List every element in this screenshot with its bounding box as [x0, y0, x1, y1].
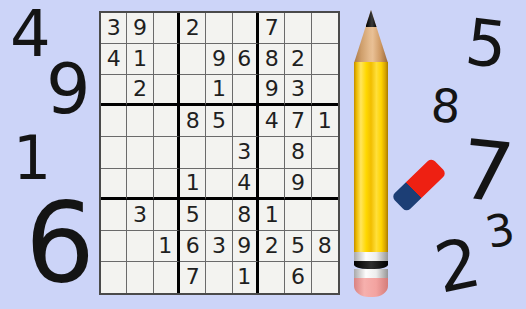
pencil-eraser-tip: [354, 278, 388, 297]
cell-r9c5[interactable]: [206, 262, 232, 293]
cell-r1c3[interactable]: [154, 13, 180, 44]
cell-r7c3[interactable]: [154, 200, 180, 231]
sudoku-board: 39274196822193854713814935811639258716: [99, 11, 340, 295]
cell-r2c9[interactable]: [312, 44, 338, 75]
cell-r7c9[interactable]: [312, 200, 338, 231]
cell-r3c9[interactable]: [312, 75, 338, 106]
cell-r7c7[interactable]: 1: [259, 200, 285, 231]
cell-r9c8[interactable]: 6: [285, 262, 311, 293]
cell-r6c1[interactable]: [101, 169, 127, 200]
cell-r3c8[interactable]: 3: [285, 75, 311, 106]
cell-r4c7[interactable]: 4: [259, 106, 285, 137]
cell-r9c9[interactable]: [312, 262, 338, 293]
cell-r2c6[interactable]: 6: [233, 44, 259, 75]
cell-r9c6[interactable]: 1: [233, 262, 259, 293]
cell-r4c8[interactable]: 7: [285, 106, 311, 137]
cell-r9c1[interactable]: [101, 262, 127, 293]
cell-r7c8[interactable]: [285, 200, 311, 231]
cell-r9c4[interactable]: 7: [180, 262, 206, 293]
cell-r7c6[interactable]: 8: [233, 200, 259, 231]
cell-r5c8[interactable]: 8: [285, 137, 311, 168]
decorative-number-5: 5: [462, 10, 510, 78]
cell-r7c1[interactable]: [101, 200, 127, 231]
cell-r8c6[interactable]: 9: [233, 231, 259, 262]
cell-r7c4[interactable]: 5: [180, 200, 206, 231]
cell-r1c7[interactable]: 7: [259, 13, 285, 44]
cell-r8c1[interactable]: [101, 231, 127, 262]
cell-r5c6[interactable]: 3: [233, 137, 259, 168]
cell-r1c8[interactable]: [285, 13, 311, 44]
cell-r8c9[interactable]: 8: [312, 231, 338, 262]
cell-r4c2[interactable]: [127, 106, 153, 137]
cell-r4c1[interactable]: [101, 106, 127, 137]
cell-r8c2[interactable]: [127, 231, 153, 262]
pencil-ferrule: [354, 252, 388, 261]
pencil-graphite-tip: [366, 10, 377, 27]
cell-r3c1[interactable]: [101, 75, 127, 106]
cell-r5c7[interactable]: [259, 137, 285, 168]
cell-r8c8[interactable]: 5: [285, 231, 311, 262]
sudoku-illustration: 39274196822193854713814935811639258716 4…: [0, 0, 526, 309]
cell-r6c2[interactable]: [127, 169, 153, 200]
cell-r6c7[interactable]: [259, 169, 285, 200]
cell-r2c8[interactable]: 2: [285, 44, 311, 75]
cell-r5c1[interactable]: [101, 137, 127, 168]
cell-r6c6[interactable]: 4: [233, 169, 259, 200]
cell-r6c8[interactable]: 9: [285, 169, 311, 200]
eraser-icon: [391, 158, 447, 213]
decorative-number-9: 9: [46, 54, 91, 124]
cell-r1c9[interactable]: [312, 13, 338, 44]
decorative-number-3: 3: [482, 207, 519, 256]
cell-r6c9[interactable]: [312, 169, 338, 200]
cell-r2c3[interactable]: [154, 44, 180, 75]
cell-r4c5[interactable]: 5: [206, 106, 232, 137]
cell-r1c6[interactable]: [233, 13, 259, 44]
cell-r5c9[interactable]: [312, 137, 338, 168]
cell-r4c4[interactable]: 8: [180, 106, 206, 137]
cell-r3c2[interactable]: 2: [127, 75, 153, 106]
pencil-ferrule: [354, 269, 388, 278]
cell-r3c5[interactable]: 1: [206, 75, 232, 106]
cell-r4c9[interactable]: 1: [312, 106, 338, 137]
cell-r3c6[interactable]: [233, 75, 259, 106]
cell-r3c4[interactable]: [180, 75, 206, 106]
pencil-icon: [354, 10, 388, 297]
cell-r1c2[interactable]: 9: [127, 13, 153, 44]
cell-r2c7[interactable]: 8: [259, 44, 285, 75]
pencil-ferrule-band: [354, 261, 388, 269]
cell-r2c1[interactable]: 4: [101, 44, 127, 75]
cell-r2c5[interactable]: 9: [206, 44, 232, 75]
cell-r1c5[interactable]: [206, 13, 232, 44]
cell-r7c5[interactable]: [206, 200, 232, 231]
cell-r5c4[interactable]: [180, 137, 206, 168]
cell-r1c1[interactable]: 3: [101, 13, 127, 44]
cell-r4c3[interactable]: [154, 106, 180, 137]
cell-r8c4[interactable]: 6: [180, 231, 206, 262]
cell-r6c4[interactable]: 1: [180, 169, 206, 200]
cell-r6c5[interactable]: [206, 169, 232, 200]
cell-r1c4[interactable]: 2: [180, 13, 206, 44]
cell-r8c7[interactable]: 2: [259, 231, 285, 262]
cell-r2c2[interactable]: 1: [127, 44, 153, 75]
cell-r5c2[interactable]: [127, 137, 153, 168]
pencil-shaft: [354, 62, 388, 252]
cell-r4c6[interactable]: [233, 106, 259, 137]
decorative-number-6: 6: [25, 188, 95, 298]
cell-r2c4[interactable]: [180, 44, 206, 75]
cell-r8c5[interactable]: 3: [206, 231, 232, 262]
cell-r6c3[interactable]: [154, 169, 180, 200]
cell-r5c5[interactable]: [206, 137, 232, 168]
cell-r9c7[interactable]: [259, 262, 285, 293]
decorative-number-2: 2: [429, 228, 485, 304]
cell-r9c2[interactable]: [127, 262, 153, 293]
cell-r9c3[interactable]: [154, 262, 180, 293]
cell-r7c2[interactable]: 3: [127, 200, 153, 231]
decorative-number-4: 4: [10, 2, 51, 66]
cell-r8c3[interactable]: 1: [154, 231, 180, 262]
cell-r5c3[interactable]: [154, 137, 180, 168]
cell-r3c3[interactable]: [154, 75, 180, 106]
cell-r3c7[interactable]: 9: [259, 75, 285, 106]
decorative-number-8: 8: [429, 82, 461, 130]
